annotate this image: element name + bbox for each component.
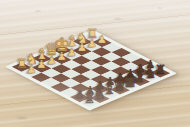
depth-of-field-haze: [0, 0, 190, 127]
photo-scene: ♜♞♝♛♚♝♞♜♟♟♟♟♟♟♟♟♟♟♟♟♟♟♟♟♜♞♝♛♚♝♞♜: [0, 0, 190, 127]
